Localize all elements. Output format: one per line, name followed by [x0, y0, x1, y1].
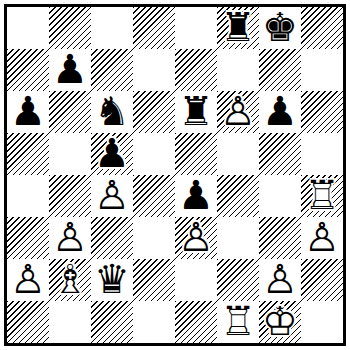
white-pawn-silhouette: ♟	[304, 217, 340, 257]
square-f3[interactable]	[217, 217, 259, 259]
square-c7[interactable]	[91, 49, 133, 91]
white-rook-silhouette: ♜	[304, 175, 340, 215]
square-g2[interactable]: ♟♙	[259, 259, 301, 301]
black-king-icon: ♚	[262, 7, 298, 47]
square-c6[interactable]: ♞♞	[91, 91, 133, 133]
square-g1[interactable]: ♚♔	[259, 301, 301, 343]
square-h3[interactable]: ♟♙	[301, 217, 343, 259]
square-g5[interactable]	[259, 133, 301, 175]
square-e6[interactable]: ♜♜	[175, 91, 217, 133]
white-pawn-icon: ♙	[304, 217, 340, 257]
square-e7[interactable]	[175, 49, 217, 91]
white-pawn-icon: ♙	[178, 217, 214, 257]
black-rook-silhouette: ♜	[220, 7, 256, 47]
square-f6[interactable]: ♟♙	[217, 91, 259, 133]
square-f7[interactable]	[217, 49, 259, 91]
square-b7[interactable]: ♟♟	[49, 49, 91, 91]
square-f8[interactable]: ♜♜	[217, 7, 259, 49]
square-e3[interactable]: ♟♙	[175, 217, 217, 259]
square-b3[interactable]: ♟♙	[49, 217, 91, 259]
square-b5[interactable]	[49, 133, 91, 175]
white-rook-icon: ♖	[220, 301, 256, 341]
square-f5[interactable]	[217, 133, 259, 175]
square-e8[interactable]	[175, 7, 217, 49]
white-bishop-icon: ♗	[52, 259, 88, 299]
black-rook-icon: ♜	[220, 7, 256, 47]
square-d8[interactable]	[133, 7, 175, 49]
square-d7[interactable]	[133, 49, 175, 91]
square-a5[interactable]	[7, 133, 49, 175]
square-f1[interactable]: ♜♖	[217, 301, 259, 343]
square-h7[interactable]	[301, 49, 343, 91]
square-e2[interactable]	[175, 259, 217, 301]
white-pawn-silhouette: ♟	[262, 259, 298, 299]
square-b8[interactable]	[49, 7, 91, 49]
black-queen-icon: ♛	[94, 259, 130, 299]
white-pawn-silhouette: ♟	[178, 217, 214, 257]
square-b6[interactable]	[49, 91, 91, 133]
black-pawn-silhouette: ♟	[178, 175, 214, 215]
square-b1[interactable]	[49, 301, 91, 343]
square-d6[interactable]	[133, 91, 175, 133]
square-e4[interactable]: ♟♟	[175, 175, 217, 217]
square-f2[interactable]	[217, 259, 259, 301]
square-c2[interactable]: ♛♛	[91, 259, 133, 301]
square-c3[interactable]	[91, 217, 133, 259]
square-a3[interactable]	[7, 217, 49, 259]
square-a7[interactable]	[7, 49, 49, 91]
black-king-silhouette: ♚	[262, 7, 298, 47]
white-king-icon: ♔	[262, 301, 298, 341]
black-knight-silhouette: ♞	[94, 91, 130, 131]
square-e5[interactable]	[175, 133, 217, 175]
square-h6[interactable]	[301, 91, 343, 133]
square-a6[interactable]: ♟♟	[7, 91, 49, 133]
black-rook-silhouette: ♜	[178, 91, 214, 131]
square-g6[interactable]: ♟♟	[259, 91, 301, 133]
chess-board-frame: ♜♜♚♚♟♟♟♟♞♞♜♜♟♙♟♟♟♟♟♙♟♟♜♖♟♙♟♙♟♙♟♙♝♗♛♛♟♙♜♖…	[4, 4, 346, 346]
white-pawn-icon: ♙	[94, 175, 130, 215]
square-d2[interactable]	[133, 259, 175, 301]
square-a4[interactable]	[7, 175, 49, 217]
black-pawn-silhouette: ♟	[94, 133, 130, 173]
black-pawn-icon: ♟	[10, 91, 46, 131]
black-rook-icon: ♜	[178, 91, 214, 131]
square-g8[interactable]: ♚♚	[259, 7, 301, 49]
square-a1[interactable]	[7, 301, 49, 343]
black-knight-icon: ♞	[94, 91, 130, 131]
square-d4[interactable]	[133, 175, 175, 217]
square-c1[interactable]	[91, 301, 133, 343]
square-c5[interactable]: ♟♟	[91, 133, 133, 175]
white-pawn-silhouette: ♟	[220, 91, 256, 131]
black-pawn-silhouette: ♟	[262, 91, 298, 131]
black-queen-silhouette: ♛	[94, 259, 130, 299]
page: ♜♜♚♚♟♟♟♟♞♞♜♜♟♙♟♟♟♟♟♙♟♟♜♖♟♙♟♙♟♙♟♙♝♗♛♛♟♙♜♖…	[0, 0, 350, 350]
white-bishop-silhouette: ♝	[52, 259, 88, 299]
white-rook-icon: ♖	[304, 175, 340, 215]
square-f4[interactable]	[217, 175, 259, 217]
square-b4[interactable]	[49, 175, 91, 217]
square-c4[interactable]: ♟♙	[91, 175, 133, 217]
black-pawn-icon: ♟	[52, 49, 88, 89]
white-pawn-silhouette: ♟	[94, 175, 130, 215]
square-d3[interactable]	[133, 217, 175, 259]
square-e1[interactable]	[175, 301, 217, 343]
black-pawn-icon: ♟	[94, 133, 130, 173]
square-a8[interactable]	[7, 7, 49, 49]
square-h4[interactable]: ♜♖	[301, 175, 343, 217]
square-d1[interactable]	[133, 301, 175, 343]
white-pawn-silhouette: ♟	[10, 259, 46, 299]
square-h8[interactable]	[301, 7, 343, 49]
white-rook-silhouette: ♜	[220, 301, 256, 341]
black-pawn-icon: ♟	[262, 91, 298, 131]
square-g7[interactable]	[259, 49, 301, 91]
square-h5[interactable]	[301, 133, 343, 175]
square-a2[interactable]: ♟♙	[7, 259, 49, 301]
white-pawn-icon: ♙	[262, 259, 298, 299]
white-pawn-icon: ♙	[52, 217, 88, 257]
chess-board: ♜♜♚♚♟♟♟♟♞♞♜♜♟♙♟♟♟♟♟♙♟♟♜♖♟♙♟♙♟♙♟♙♝♗♛♛♟♙♜♖…	[7, 7, 343, 343]
square-b2[interactable]: ♝♗	[49, 259, 91, 301]
square-h1[interactable]	[301, 301, 343, 343]
black-pawn-icon: ♟	[178, 175, 214, 215]
square-h2[interactable]	[301, 259, 343, 301]
square-c8[interactable]	[91, 7, 133, 49]
square-d5[interactable]	[133, 133, 175, 175]
black-pawn-silhouette: ♟	[10, 91, 46, 131]
square-g3[interactable]	[259, 217, 301, 259]
white-king-silhouette: ♚	[262, 301, 298, 341]
white-pawn-icon: ♙	[220, 91, 256, 131]
white-pawn-icon: ♙	[10, 259, 46, 299]
white-pawn-silhouette: ♟	[52, 217, 88, 257]
square-g4[interactable]	[259, 175, 301, 217]
black-pawn-silhouette: ♟	[52, 49, 88, 89]
